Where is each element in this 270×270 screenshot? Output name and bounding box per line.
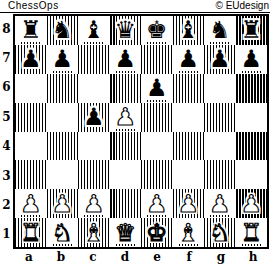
square-c2[interactable]: ♟	[78, 189, 110, 218]
square-b6[interactable]	[47, 74, 79, 103]
rank-label-8: 8	[0, 14, 13, 43]
square-d3[interactable]	[110, 160, 142, 189]
square-e8[interactable]: ♚	[141, 16, 173, 45]
square-c3[interactable]	[78, 160, 110, 189]
square-c8[interactable]: ♝	[78, 16, 110, 45]
file-label-e: e	[141, 250, 173, 266]
square-h3[interactable]	[236, 160, 268, 189]
rank-labels: 87654321	[0, 14, 13, 249]
black-rook-piece: ♜	[240, 18, 262, 42]
file-label-b: b	[45, 250, 77, 266]
square-a3[interactable]	[15, 160, 47, 189]
square-d8[interactable]: ♛	[110, 16, 142, 45]
square-g7[interactable]: ♟	[204, 45, 236, 74]
square-c4[interactable]	[78, 132, 110, 161]
square-a6[interactable]	[15, 74, 47, 103]
square-g1[interactable]: ♞	[204, 218, 236, 247]
black-knight-piece: ♞	[51, 18, 73, 42]
header: ChessOps © EUdesign	[0, 0, 270, 13]
black-pawn-piece: ♟	[20, 47, 42, 71]
white-queen-piece: ♛	[114, 221, 136, 245]
file-label-d: d	[109, 250, 141, 266]
white-pawn-piece: ♟	[146, 192, 168, 216]
square-b8[interactable]: ♞	[47, 16, 79, 45]
square-c7[interactable]	[78, 45, 110, 74]
square-g3[interactable]	[204, 160, 236, 189]
square-g8[interactable]: ♞	[204, 16, 236, 45]
black-pawn-piece: ♟	[114, 47, 136, 71]
file-label-h: h	[237, 250, 269, 266]
white-bishop-piece: ♝	[83, 221, 105, 245]
black-bishop-piece: ♝	[177, 18, 199, 42]
white-rook-piece: ♜	[240, 221, 262, 245]
square-e7[interactable]	[141, 45, 173, 74]
white-king-piece: ♚	[146, 221, 168, 245]
black-pawn-piece: ♟	[177, 47, 199, 71]
rank-label-2: 2	[0, 190, 13, 219]
black-pawn-piece: ♟	[240, 47, 262, 71]
square-f1[interactable]: ♝	[173, 218, 205, 247]
square-h1[interactable]: ♜	[236, 218, 268, 247]
square-c1[interactable]: ♝	[78, 218, 110, 247]
rank-label-5: 5	[0, 102, 13, 131]
black-pawn-piece: ♟	[51, 47, 73, 71]
square-h4[interactable]	[236, 132, 268, 161]
square-d1[interactable]: ♛	[110, 218, 142, 247]
square-a1[interactable]: ♜	[15, 218, 47, 247]
square-h2[interactable]: ♟	[236, 189, 268, 218]
square-e1[interactable]: ♚	[141, 218, 173, 247]
black-bishop-piece: ♝	[83, 18, 105, 42]
square-c5[interactable]: ♟	[78, 103, 110, 132]
white-pawn-piece: ♟	[20, 192, 42, 216]
square-a2[interactable]: ♟	[15, 189, 47, 218]
white-pawn-piece: ♟	[114, 105, 136, 129]
square-e4[interactable]	[141, 132, 173, 161]
rank-label-1: 1	[0, 220, 13, 249]
square-b2[interactable]: ♟	[47, 189, 79, 218]
square-a7[interactable]: ♟	[15, 45, 47, 74]
rank-label-3: 3	[0, 161, 13, 190]
white-pawn-piece: ♟	[209, 192, 231, 216]
black-king-piece: ♚	[146, 18, 168, 42]
square-d6[interactable]	[110, 74, 142, 103]
square-f2[interactable]: ♟	[173, 189, 205, 218]
white-pawn-piece: ♟	[177, 192, 199, 216]
square-e2[interactable]: ♟	[141, 189, 173, 218]
square-a5[interactable]	[15, 103, 47, 132]
square-f3[interactable]	[173, 160, 205, 189]
black-pawn-piece: ♟	[83, 105, 105, 129]
black-rook-piece: ♜	[20, 18, 42, 42]
square-e5[interactable]	[141, 103, 173, 132]
square-b4[interactable]	[47, 132, 79, 161]
app-title: ChessOps	[8, 0, 59, 11]
white-bishop-piece: ♝	[177, 221, 199, 245]
square-a4[interactable]	[15, 132, 47, 161]
square-b5[interactable]	[47, 103, 79, 132]
rank-label-7: 7	[0, 43, 13, 72]
square-g6[interactable]	[204, 74, 236, 103]
square-f4[interactable]	[173, 132, 205, 161]
square-f5[interactable]	[173, 103, 205, 132]
file-label-f: f	[173, 250, 205, 266]
rank-label-6: 6	[0, 73, 13, 102]
file-label-c: c	[77, 250, 109, 266]
rank-label-4: 4	[0, 132, 13, 161]
square-d2[interactable]	[110, 189, 142, 218]
square-d5[interactable]: ♟	[110, 103, 142, 132]
square-c6[interactable]	[78, 74, 110, 103]
square-h8[interactable]: ♜	[236, 16, 268, 45]
white-pawn-piece: ♟	[51, 192, 73, 216]
white-knight-piece: ♞	[51, 221, 73, 245]
square-d7[interactable]: ♟	[110, 45, 142, 74]
square-h5[interactable]	[236, 103, 268, 132]
white-knight-piece: ♞	[209, 221, 231, 245]
white-rook-piece: ♜	[20, 221, 42, 245]
black-knight-piece: ♞	[209, 18, 231, 42]
square-h6[interactable]	[236, 74, 268, 103]
file-labels: abcdefgh	[13, 250, 269, 266]
black-pawn-piece: ♟	[209, 47, 231, 71]
square-b1[interactable]: ♞	[47, 218, 79, 247]
square-e3[interactable]	[141, 160, 173, 189]
square-g4[interactable]	[204, 132, 236, 161]
chessboard: ♜♞♝♛♚♝♞♜♟♟♟♟♟♟♟♟♟♟♟♟♟♟♟♟♜♞♝♛♚♝♞♜	[13, 14, 269, 249]
square-g5[interactable]	[204, 103, 236, 132]
copyright-text: © EUdesign	[215, 0, 269, 11]
white-pawn-piece: ♟	[83, 192, 105, 216]
square-b3[interactable]	[47, 160, 79, 189]
square-h7[interactable]: ♟	[236, 45, 268, 74]
square-f8[interactable]: ♝	[173, 16, 205, 45]
file-label-g: g	[205, 250, 237, 266]
white-pawn-piece: ♟	[240, 192, 262, 216]
square-b7[interactable]: ♟	[47, 45, 79, 74]
square-g2[interactable]: ♟	[204, 189, 236, 218]
black-queen-piece: ♛	[114, 18, 136, 42]
square-f7[interactable]: ♟	[173, 45, 205, 74]
square-e6[interactable]: ♟	[141, 74, 173, 103]
file-label-a: a	[13, 250, 45, 266]
square-f6[interactable]	[173, 74, 205, 103]
black-pawn-piece: ♟	[146, 76, 168, 100]
square-d4[interactable]	[110, 132, 142, 161]
square-a8[interactable]: ♜	[15, 16, 47, 45]
chessops-diagram: ChessOps © EUdesign 87654321 ♜♞♝♛♚♝♞♜♟♟♟…	[0, 0, 270, 270]
